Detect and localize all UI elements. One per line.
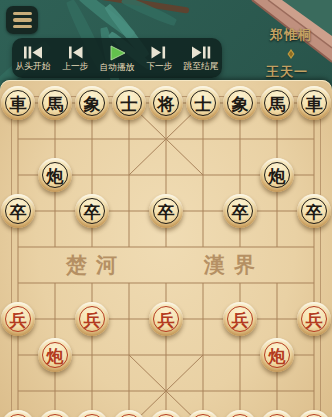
skip-to-end-label: 跳至结尾 xyxy=(184,61,219,70)
autoplay-button[interactable]: 自动播放 xyxy=(96,38,138,78)
river-label-left: 楚河 xyxy=(66,252,126,278)
black-piece-卒[interactable]: 卒 xyxy=(149,194,183,228)
next-move-button[interactable]: 下一步 xyxy=(138,38,180,78)
black-piece-車[interactable]: 車 xyxy=(297,86,331,120)
black-piece-士[interactable]: 士 xyxy=(186,86,220,120)
skip-to-end-button[interactable]: 跳至结尾 xyxy=(180,38,222,78)
black-piece-卒[interactable]: 卒 xyxy=(297,194,331,228)
black-piece-士[interactable]: 士 xyxy=(112,86,146,120)
red-piece-兵[interactable]: 兵 xyxy=(297,302,331,336)
step-back-icon xyxy=(63,45,87,60)
playback-toolbar: 从头开始 上一步 自动播放 下一步 xyxy=(12,38,222,78)
black-piece-車[interactable]: 車 xyxy=(1,86,35,120)
black-piece-卒[interactable]: 卒 xyxy=(1,194,35,228)
river-label-right: 漢界 xyxy=(204,252,264,278)
step-forward-icon xyxy=(147,45,171,60)
vs-decoration-icon xyxy=(286,49,296,59)
black-piece-卒[interactable]: 卒 xyxy=(75,194,109,228)
red-piece-兵[interactable]: 兵 xyxy=(75,302,109,336)
next-move-label: 下一步 xyxy=(146,61,172,70)
autoplay-label: 自动播放 xyxy=(100,62,135,71)
skip-to-end-icon xyxy=(189,45,213,60)
player-name-top: 郑惟桐 xyxy=(270,26,312,44)
black-piece-象[interactable]: 象 xyxy=(223,86,257,120)
hamburger-menu-button[interactable] xyxy=(6,6,38,34)
previous-move-button[interactable]: 上一步 xyxy=(54,38,96,78)
red-piece-兵[interactable]: 兵 xyxy=(223,302,257,336)
black-piece-卒[interactable]: 卒 xyxy=(223,194,257,228)
black-piece-馬[interactable]: 馬 xyxy=(260,86,294,120)
red-piece-炮[interactable]: 炮 xyxy=(38,338,72,372)
red-piece-兵[interactable]: 兵 xyxy=(1,302,35,336)
xiangqi-board[interactable]: 楚河 漢界 車馬象士将士象馬車炮炮卒卒卒卒卒兵兵兵兵兵炮炮車馬相仕帥仕相馬車 xyxy=(0,80,332,417)
xiangqi-app-screen: 从头开始 上一步 自动播放 下一步 xyxy=(0,0,332,417)
skip-to-start-icon xyxy=(21,45,45,60)
player-name-bottom: 王天一 xyxy=(266,63,308,81)
black-piece-炮[interactable]: 炮 xyxy=(260,158,294,192)
restart-label: 从头开始 xyxy=(16,61,51,70)
black-piece-馬[interactable]: 馬 xyxy=(38,86,72,120)
restart-button[interactable]: 从头开始 xyxy=(12,38,54,78)
red-piece-兵[interactable]: 兵 xyxy=(149,302,183,336)
previous-move-label: 上一步 xyxy=(62,61,88,70)
hamburger-icon xyxy=(13,12,32,15)
play-icon xyxy=(105,45,129,61)
black-piece-炮[interactable]: 炮 xyxy=(38,158,72,192)
black-piece-象[interactable]: 象 xyxy=(75,86,109,120)
red-piece-炮[interactable]: 炮 xyxy=(260,338,294,372)
black-piece-将[interactable]: 将 xyxy=(149,86,183,120)
